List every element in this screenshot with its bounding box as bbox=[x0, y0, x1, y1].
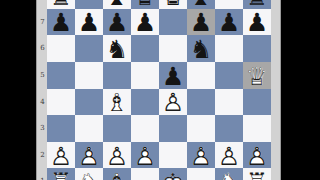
black-knight-icon: ♞ bbox=[187, 37, 215, 62]
square-e2[interactable] bbox=[159, 142, 187, 169]
white-pawn: ♟♙ bbox=[159, 89, 187, 116]
black-knight: ♞ bbox=[187, 36, 215, 63]
white-pawn-icon-fill: ♟ bbox=[47, 143, 75, 168]
square-g4[interactable] bbox=[215, 89, 243, 116]
black-rook-icon: ♜ bbox=[243, 0, 271, 8]
square-f8[interactable]: ♝ bbox=[187, 0, 215, 9]
white-pawn-icon: ♙ bbox=[103, 143, 131, 168]
square-h1[interactable]: ♜♖ bbox=[243, 168, 271, 180]
square-b2[interactable]: ♟♙ bbox=[75, 142, 103, 169]
white-pawn: ♟♙ bbox=[243, 142, 271, 169]
white-rook-icon: ♖ bbox=[243, 170, 271, 180]
white-pawn-icon-fill: ♟ bbox=[131, 143, 159, 168]
square-c5[interactable] bbox=[103, 62, 131, 89]
black-pawn: ♟ bbox=[75, 9, 103, 36]
white-pawn: ♟♙ bbox=[103, 142, 131, 169]
square-f3[interactable] bbox=[187, 115, 215, 142]
white-bishop-icon-fill: ♝ bbox=[103, 90, 131, 115]
square-h8[interactable]: ♜ bbox=[243, 0, 271, 9]
white-pawn-icon-fill: ♟ bbox=[159, 90, 187, 115]
square-h5[interactable]: ♛♕ bbox=[243, 62, 271, 89]
white-rook-icon: ♖ bbox=[47, 170, 75, 180]
white-pawn-icon: ♙ bbox=[47, 143, 75, 168]
white-rook: ♜♖ bbox=[47, 169, 75, 180]
white-knight-icon: ♘ bbox=[215, 170, 243, 180]
white-king-icon-fill: ♚ bbox=[159, 170, 187, 180]
square-h6[interactable] bbox=[243, 35, 271, 62]
square-f6[interactable]: ♞ bbox=[187, 35, 215, 62]
square-a7[interactable]: ♟ bbox=[47, 9, 75, 36]
square-b8[interactable] bbox=[75, 0, 103, 9]
white-rook-icon-fill: ♜ bbox=[243, 170, 271, 180]
board-left-frame: 87654321 bbox=[36, 0, 47, 180]
square-a3[interactable] bbox=[47, 115, 75, 142]
square-a8[interactable]: ♜ bbox=[47, 0, 75, 9]
black-pawn-icon: ♟ bbox=[47, 10, 75, 35]
white-bishop-icon: ♗ bbox=[103, 170, 131, 180]
square-a4[interactable] bbox=[47, 89, 75, 116]
square-g7[interactable]: ♟ bbox=[215, 9, 243, 36]
white-rook-icon-fill: ♜ bbox=[47, 170, 75, 180]
black-pawn-icon: ♟ bbox=[243, 10, 271, 35]
white-pawn-icon-fill: ♟ bbox=[243, 143, 271, 168]
black-king-icon: ♚ bbox=[159, 0, 187, 8]
square-f1[interactable] bbox=[187, 168, 215, 180]
white-rook: ♜♖ bbox=[243, 169, 271, 180]
square-g5[interactable] bbox=[215, 62, 243, 89]
white-pawn-icon: ♙ bbox=[187, 143, 215, 168]
white-pawn-icon-fill: ♟ bbox=[103, 143, 131, 168]
square-h4[interactable] bbox=[243, 89, 271, 116]
square-e1[interactable]: ♚♔ bbox=[159, 168, 187, 180]
white-bishop: ♝♗ bbox=[103, 169, 131, 180]
white-king-icon: ♔ bbox=[159, 170, 187, 180]
white-queen-icon: ♕ bbox=[243, 63, 271, 88]
square-a1[interactable]: ♜♖ bbox=[47, 168, 75, 180]
square-f4[interactable] bbox=[187, 89, 215, 116]
square-b6[interactable] bbox=[75, 35, 103, 62]
white-pawn: ♟♙ bbox=[187, 142, 215, 169]
black-rook-icon: ♜ bbox=[47, 0, 75, 8]
square-c6[interactable]: ♞ bbox=[103, 35, 131, 62]
black-pawn-icon: ♟ bbox=[159, 63, 187, 88]
square-f5[interactable] bbox=[187, 62, 215, 89]
black-pawn: ♟ bbox=[215, 9, 243, 36]
black-pawn: ♟ bbox=[159, 62, 187, 89]
square-a5[interactable] bbox=[47, 62, 75, 89]
black-knight-icon: ♞ bbox=[103, 37, 131, 62]
board-right-frame bbox=[271, 0, 281, 180]
white-bishop-icon-fill: ♝ bbox=[103, 170, 131, 180]
square-b4[interactable] bbox=[75, 89, 103, 116]
white-pawn-icon-fill: ♟ bbox=[187, 143, 215, 168]
square-c2[interactable]: ♟♙ bbox=[103, 142, 131, 169]
white-bishop-icon: ♗ bbox=[103, 90, 131, 115]
chess-app-stage: 87654321 ♜♝♛♚♝♜♟♟♟♟♟♟♟♞♞♟♛♕♝♗♟♙♟♙♟♙♟♙♟♙♟… bbox=[0, 0, 320, 180]
white-pawn-icon: ♙ bbox=[159, 90, 187, 115]
square-d3[interactable] bbox=[131, 115, 159, 142]
square-b5[interactable] bbox=[75, 62, 103, 89]
white-pawn: ♟♙ bbox=[131, 142, 159, 169]
square-e4[interactable]: ♟♙ bbox=[159, 89, 187, 116]
black-pawn-icon: ♟ bbox=[103, 10, 131, 35]
white-pawn-icon-fill: ♟ bbox=[75, 143, 103, 168]
black-pawn-icon: ♟ bbox=[131, 10, 159, 35]
square-c7[interactable]: ♟ bbox=[103, 9, 131, 36]
square-g1[interactable]: ♞♘ bbox=[215, 168, 243, 180]
black-knight: ♞ bbox=[103, 36, 131, 63]
square-f2[interactable]: ♟♙ bbox=[187, 142, 215, 169]
white-king: ♚♔ bbox=[159, 169, 187, 180]
square-e6[interactable] bbox=[159, 35, 187, 62]
square-g3[interactable] bbox=[215, 115, 243, 142]
square-a2[interactable]: ♟♙ bbox=[47, 142, 75, 169]
square-h7[interactable]: ♟ bbox=[243, 9, 271, 36]
white-knight-icon-fill: ♞ bbox=[215, 170, 243, 180]
square-d1[interactable] bbox=[131, 168, 159, 180]
square-b7[interactable]: ♟ bbox=[75, 9, 103, 36]
black-pawn: ♟ bbox=[47, 9, 75, 36]
square-b3[interactable] bbox=[75, 115, 103, 142]
white-queen: ♛♕ bbox=[243, 62, 271, 89]
square-g8[interactable] bbox=[215, 0, 243, 9]
white-pawn-icon-fill: ♟ bbox=[215, 143, 243, 168]
square-c3[interactable] bbox=[103, 115, 131, 142]
square-d2[interactable]: ♟♙ bbox=[131, 142, 159, 169]
black-pawn-icon: ♟ bbox=[215, 10, 243, 35]
square-d8[interactable]: ♛ bbox=[131, 0, 159, 9]
white-knight: ♞♘ bbox=[215, 169, 243, 180]
white-pawn-icon: ♙ bbox=[75, 143, 103, 168]
black-pawn: ♟ bbox=[187, 9, 215, 36]
square-b1[interactable]: ♞♘ bbox=[75, 168, 103, 180]
black-queen-icon: ♛ bbox=[131, 0, 159, 8]
black-pawn-icon: ♟ bbox=[187, 10, 215, 35]
square-g2[interactable]: ♟♙ bbox=[215, 142, 243, 169]
square-e5[interactable]: ♟ bbox=[159, 62, 187, 89]
square-e7[interactable] bbox=[159, 9, 187, 36]
square-c8[interactable]: ♝ bbox=[103, 0, 131, 9]
chess-board: ♜♝♛♚♝♜♟♟♟♟♟♟♟♞♞♟♛♕♝♗♟♙♟♙♟♙♟♙♟♙♟♙♟♙♟♙♜♖♞♘… bbox=[47, 0, 271, 180]
white-knight-icon: ♘ bbox=[75, 170, 103, 180]
white-knight-icon-fill: ♞ bbox=[75, 170, 103, 180]
black-bishop-icon: ♝ bbox=[103, 0, 131, 8]
white-knight: ♞♘ bbox=[75, 169, 103, 180]
square-d5[interactable] bbox=[131, 62, 159, 89]
square-h2[interactable]: ♟♙ bbox=[243, 142, 271, 169]
white-bishop: ♝♗ bbox=[103, 89, 131, 116]
black-pawn-icon: ♟ bbox=[75, 10, 103, 35]
square-a6[interactable] bbox=[47, 35, 75, 62]
square-c4[interactable]: ♝♗ bbox=[103, 89, 131, 116]
square-e8[interactable]: ♚ bbox=[159, 0, 187, 9]
black-bishop-icon: ♝ bbox=[187, 0, 215, 8]
square-c1[interactable]: ♝♗ bbox=[103, 168, 131, 180]
white-pawn: ♟♙ bbox=[75, 142, 103, 169]
square-d4[interactable] bbox=[131, 89, 159, 116]
white-pawn-icon: ♙ bbox=[243, 143, 271, 168]
square-h3[interactable] bbox=[243, 115, 271, 142]
white-pawn-icon: ♙ bbox=[215, 143, 243, 168]
square-d6[interactable] bbox=[131, 35, 159, 62]
white-pawn-icon: ♙ bbox=[131, 143, 159, 168]
white-queen-icon-fill: ♛ bbox=[243, 63, 271, 88]
square-g6[interactable] bbox=[215, 35, 243, 62]
square-f7[interactable]: ♟ bbox=[187, 9, 215, 36]
black-pawn: ♟ bbox=[131, 9, 159, 36]
black-pawn: ♟ bbox=[103, 9, 131, 36]
white-pawn: ♟♙ bbox=[215, 142, 243, 169]
white-pawn: ♟♙ bbox=[47, 142, 75, 169]
square-e3[interactable] bbox=[159, 115, 187, 142]
square-d7[interactable]: ♟ bbox=[131, 9, 159, 36]
black-pawn: ♟ bbox=[243, 9, 271, 36]
